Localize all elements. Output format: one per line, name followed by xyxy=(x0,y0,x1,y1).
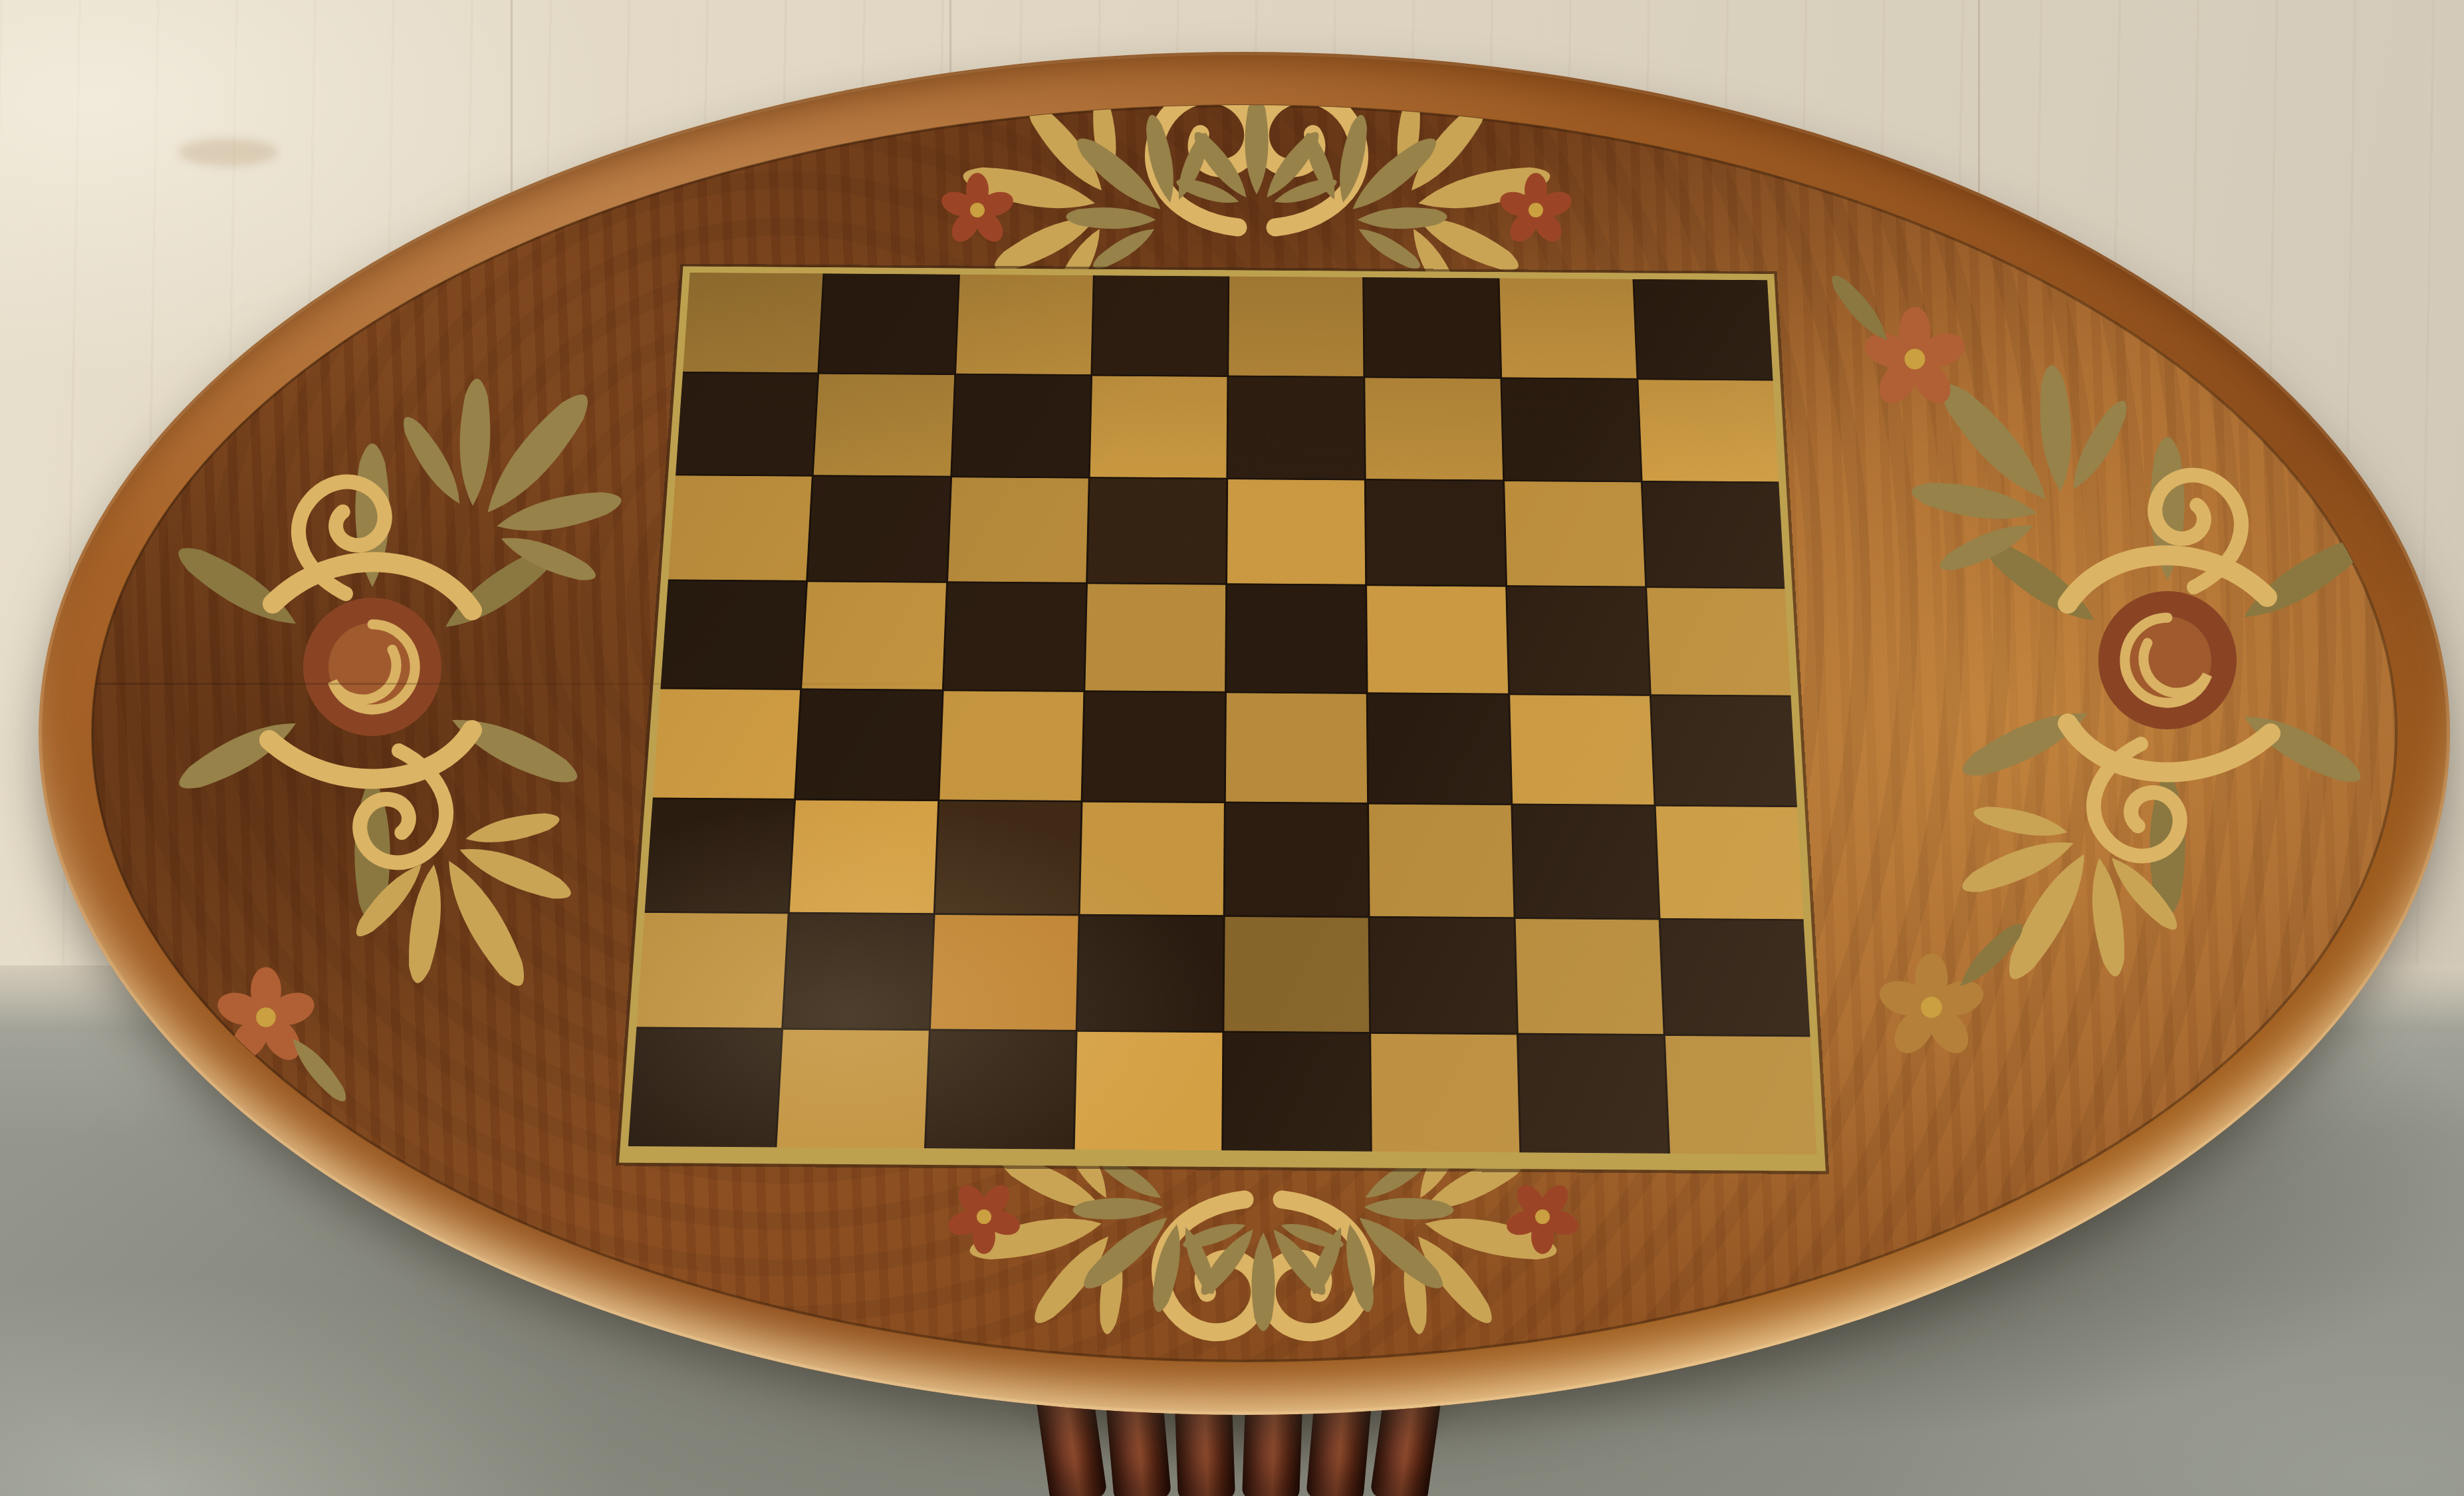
square-a4 xyxy=(653,689,801,799)
square-a2 xyxy=(636,913,787,1029)
square-e7 xyxy=(1228,377,1364,479)
square-c4 xyxy=(939,691,1083,801)
square-e4 xyxy=(1226,693,1368,803)
wall-seam xyxy=(949,0,951,74)
square-f6 xyxy=(1366,481,1505,585)
oval-table-top xyxy=(39,52,2450,1415)
square-a7 xyxy=(676,373,817,475)
square-g5 xyxy=(1507,587,1650,694)
square-e1 xyxy=(1223,1033,1370,1152)
marquetry-field xyxy=(92,105,2397,1362)
chessboard-perspective-wrap xyxy=(619,267,1826,1172)
square-b7 xyxy=(814,374,954,476)
square-h6 xyxy=(1642,483,1785,587)
square-d2 xyxy=(1077,916,1223,1031)
square-h2 xyxy=(1660,920,1810,1035)
square-a1 xyxy=(628,1029,782,1147)
square-d7 xyxy=(1090,376,1227,478)
square-c3 xyxy=(935,801,1080,914)
square-c1 xyxy=(925,1031,1075,1150)
square-e5 xyxy=(1227,585,1366,692)
square-f4 xyxy=(1368,693,1511,803)
square-h3 xyxy=(1656,807,1803,919)
square-a5 xyxy=(661,581,806,688)
square-e8 xyxy=(1229,277,1364,376)
square-d3 xyxy=(1080,803,1223,915)
square-f7 xyxy=(1365,378,1502,480)
pansy-bottom-left xyxy=(213,967,352,1106)
square-a3 xyxy=(645,799,794,912)
square-g8 xyxy=(1499,278,1636,378)
square-e2 xyxy=(1224,917,1369,1033)
square-b5 xyxy=(802,582,945,689)
square-f1 xyxy=(1371,1034,1519,1152)
square-h4 xyxy=(1652,695,1797,805)
photo-scene xyxy=(0,0,2464,1496)
square-e3 xyxy=(1225,803,1368,916)
square-c6 xyxy=(948,477,1088,582)
square-a6 xyxy=(668,475,812,580)
square-c7 xyxy=(952,375,1090,477)
square-b6 xyxy=(808,477,950,581)
square-f5 xyxy=(1367,586,1507,693)
square-d8 xyxy=(1092,275,1228,375)
square-g2 xyxy=(1515,919,1663,1035)
wall-stain xyxy=(178,138,278,166)
pansy-right-lower xyxy=(1875,918,2029,1060)
square-e6 xyxy=(1227,479,1365,584)
square-f3 xyxy=(1369,805,1513,917)
floral-medallion-left xyxy=(170,314,683,1045)
square-c5 xyxy=(943,583,1086,690)
square-b8 xyxy=(819,273,957,373)
chess-board xyxy=(619,267,1826,1172)
square-d1 xyxy=(1074,1032,1222,1150)
square-h8 xyxy=(1634,279,1773,379)
square-h7 xyxy=(1638,380,1779,482)
square-c2 xyxy=(930,915,1078,1031)
square-b3 xyxy=(790,801,937,913)
square-h1 xyxy=(1665,1036,1816,1154)
square-g6 xyxy=(1505,481,1645,586)
square-h5 xyxy=(1647,588,1791,695)
square-b2 xyxy=(783,914,933,1029)
pansy-right-upper xyxy=(1826,270,1969,411)
square-f2 xyxy=(1370,918,1517,1033)
square-c8 xyxy=(956,275,1093,374)
square-b1 xyxy=(777,1030,929,1148)
square-d5 xyxy=(1085,584,1225,691)
square-b4 xyxy=(796,689,941,799)
square-g4 xyxy=(1510,695,1654,805)
square-f8 xyxy=(1364,277,1500,377)
square-d4 xyxy=(1082,691,1225,801)
square-g7 xyxy=(1502,379,1641,481)
square-d6 xyxy=(1088,479,1227,583)
square-g3 xyxy=(1513,805,1658,918)
square-g1 xyxy=(1518,1035,1667,1154)
square-a8 xyxy=(683,273,823,372)
floral-medallion-right xyxy=(1849,301,2370,1039)
